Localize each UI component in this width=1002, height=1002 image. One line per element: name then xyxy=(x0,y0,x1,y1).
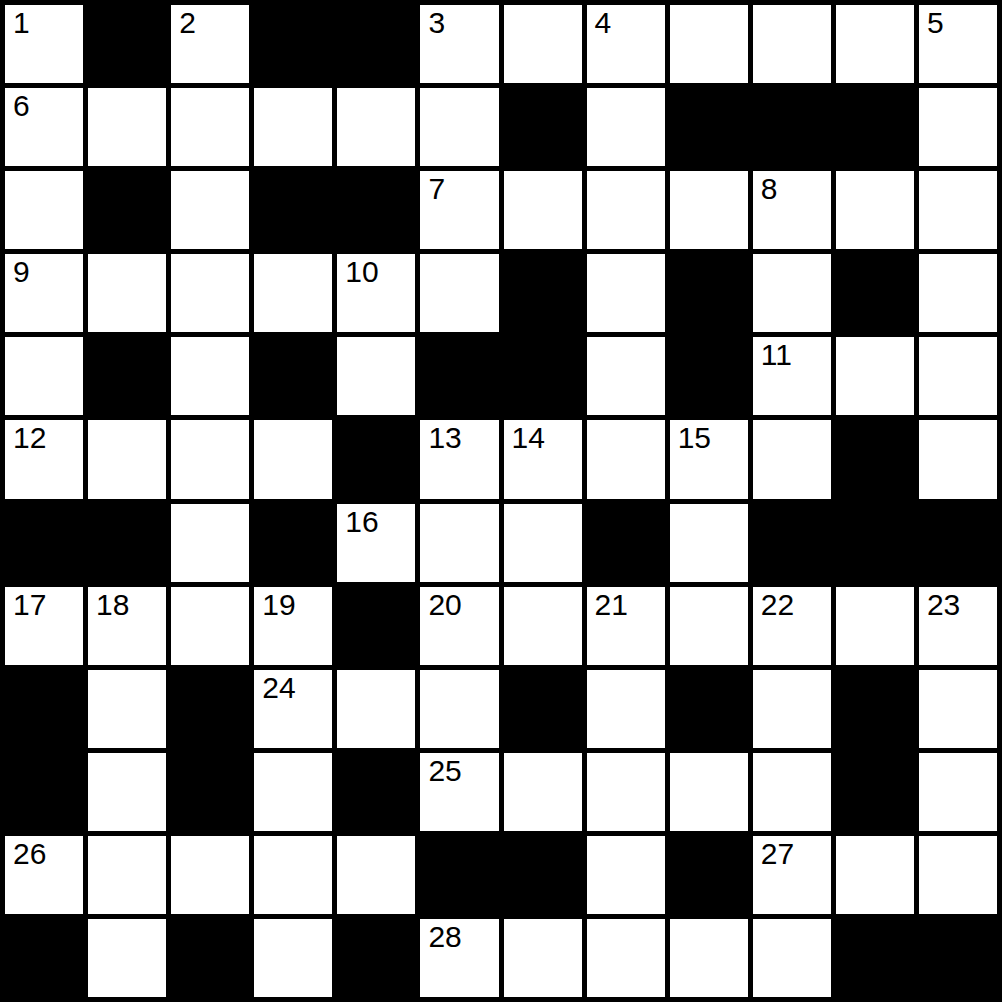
clue-number-7: 7 xyxy=(428,172,445,207)
clue-number-25: 25 xyxy=(428,754,461,789)
clue-number-2: 2 xyxy=(179,6,196,41)
white-cell-r11c5[interactable]: 28 xyxy=(420,919,498,997)
white-cell-r7c10[interactable] xyxy=(836,587,914,665)
black-cell-r11c2 xyxy=(171,919,249,997)
clue-number-1: 1 xyxy=(13,6,30,41)
white-cell-r1c3[interactable] xyxy=(254,88,332,166)
black-cell-r0c4 xyxy=(337,5,415,83)
white-cell-r10c2[interactable] xyxy=(171,836,249,914)
white-cell-r3c5[interactable] xyxy=(420,254,498,332)
clue-number-16: 16 xyxy=(345,505,378,540)
white-cell-r6c2[interactable] xyxy=(171,504,249,582)
white-cell-r7c6[interactable] xyxy=(504,587,582,665)
white-cell-r6c5[interactable] xyxy=(420,504,498,582)
clue-number-21: 21 xyxy=(595,588,628,623)
crossword-board: 1234567891011121314151617181920212223242… xyxy=(0,0,1002,1002)
white-cell-r3c4[interactable]: 10 xyxy=(337,254,415,332)
white-cell-r2c2[interactable] xyxy=(171,171,249,249)
white-cell-r0c6[interactable] xyxy=(504,5,582,83)
clue-number-28: 28 xyxy=(428,920,461,955)
white-cell-r0c10[interactable] xyxy=(836,5,914,83)
black-cell-r4c3 xyxy=(254,337,332,415)
black-cell-r4c5 xyxy=(420,337,498,415)
white-cell-r10c11[interactable] xyxy=(919,836,997,914)
clue-number-11: 11 xyxy=(761,338,792,373)
white-cell-r7c5[interactable]: 20 xyxy=(420,587,498,665)
white-cell-r11c7[interactable] xyxy=(587,919,665,997)
white-cell-r4c9[interactable]: 11 xyxy=(753,337,831,415)
white-cell-r5c11[interactable] xyxy=(919,420,997,498)
black-cell-r4c8 xyxy=(670,337,748,415)
black-cell-r5c10 xyxy=(836,420,914,498)
black-cell-r2c4 xyxy=(337,171,415,249)
white-cell-r11c9[interactable] xyxy=(753,919,831,997)
clue-number-26: 26 xyxy=(13,837,46,872)
white-cell-r0c8[interactable] xyxy=(670,5,748,83)
white-cell-r2c7[interactable] xyxy=(587,171,665,249)
white-cell-r2c5[interactable]: 7 xyxy=(420,171,498,249)
white-cell-r4c4[interactable] xyxy=(337,337,415,415)
black-cell-r8c2 xyxy=(171,670,249,748)
black-cell-r3c6 xyxy=(504,254,582,332)
clue-number-4: 4 xyxy=(595,6,612,41)
white-cell-r8c5[interactable] xyxy=(420,670,498,748)
clue-number-17: 17 xyxy=(13,588,46,623)
black-cell-r6c10 xyxy=(836,504,914,582)
clue-number-10: 10 xyxy=(345,255,378,290)
white-cell-r7c9[interactable]: 22 xyxy=(753,587,831,665)
black-cell-r6c1 xyxy=(88,504,166,582)
white-cell-r2c0[interactable] xyxy=(5,171,83,249)
black-cell-r1c10 xyxy=(836,88,914,166)
white-cell-r2c8[interactable] xyxy=(670,171,748,249)
clue-number-12: 12 xyxy=(13,421,46,456)
clue-number-6: 6 xyxy=(13,89,30,124)
white-cell-r0c2[interactable]: 2 xyxy=(171,5,249,83)
white-cell-r11c1[interactable] xyxy=(88,919,166,997)
black-cell-r11c0 xyxy=(5,919,83,997)
black-cell-r2c3 xyxy=(254,171,332,249)
clue-number-18: 18 xyxy=(96,588,129,623)
black-cell-r9c4 xyxy=(337,753,415,831)
white-cell-r6c4[interactable]: 16 xyxy=(337,504,415,582)
black-cell-r11c11 xyxy=(919,919,997,997)
clue-number-5: 5 xyxy=(927,6,944,41)
white-cell-r5c3[interactable] xyxy=(254,420,332,498)
clue-number-15: 15 xyxy=(678,421,711,456)
white-cell-r5c9[interactable] xyxy=(753,420,831,498)
black-cell-r10c8 xyxy=(670,836,748,914)
white-cell-r8c1[interactable] xyxy=(88,670,166,748)
black-cell-r6c0 xyxy=(5,504,83,582)
white-cell-r1c0[interactable]: 6 xyxy=(5,88,83,166)
white-cell-r8c11[interactable] xyxy=(919,670,997,748)
white-cell-r3c1[interactable] xyxy=(88,254,166,332)
white-cell-r9c6[interactable] xyxy=(504,753,582,831)
black-cell-r1c9 xyxy=(753,88,831,166)
black-cell-r11c10 xyxy=(836,919,914,997)
black-cell-r4c6 xyxy=(504,337,582,415)
white-cell-r0c0[interactable]: 1 xyxy=(5,5,83,83)
white-cell-r4c11[interactable] xyxy=(919,337,997,415)
white-cell-r4c2[interactable] xyxy=(171,337,249,415)
white-cell-r9c1[interactable] xyxy=(88,753,166,831)
white-cell-r10c4[interactable] xyxy=(337,836,415,914)
white-cell-r2c10[interactable] xyxy=(836,171,914,249)
white-cell-r3c0[interactable]: 9 xyxy=(5,254,83,332)
white-cell-r3c2[interactable] xyxy=(171,254,249,332)
white-cell-r7c11[interactable]: 23 xyxy=(919,587,997,665)
white-cell-r8c7[interactable] xyxy=(587,670,665,748)
white-cell-r0c11[interactable]: 5 xyxy=(919,5,997,83)
white-cell-r2c9[interactable]: 8 xyxy=(753,171,831,249)
white-cell-r2c6[interactable] xyxy=(504,171,582,249)
white-cell-r1c4[interactable] xyxy=(337,88,415,166)
white-cell-r4c7[interactable] xyxy=(587,337,665,415)
white-cell-r10c10[interactable] xyxy=(836,836,914,914)
white-cell-r3c11[interactable] xyxy=(919,254,997,332)
black-cell-r9c0 xyxy=(5,753,83,831)
white-cell-r4c10[interactable] xyxy=(836,337,914,415)
white-cell-r5c1[interactable] xyxy=(88,420,166,498)
white-cell-r7c1[interactable]: 18 xyxy=(88,587,166,665)
white-cell-r9c7[interactable] xyxy=(587,753,665,831)
black-cell-r6c7 xyxy=(587,504,665,582)
white-cell-r4c0[interactable] xyxy=(5,337,83,415)
black-cell-r6c3 xyxy=(254,504,332,582)
white-cell-r1c1[interactable] xyxy=(88,88,166,166)
black-cell-r9c2 xyxy=(171,753,249,831)
white-cell-r5c2[interactable] xyxy=(171,420,249,498)
white-cell-r3c7[interactable] xyxy=(587,254,665,332)
black-cell-r0c3 xyxy=(254,5,332,83)
clue-number-8: 8 xyxy=(761,172,778,207)
white-cell-r9c5[interactable]: 25 xyxy=(420,753,498,831)
white-cell-r10c3[interactable] xyxy=(254,836,332,914)
clue-number-22: 22 xyxy=(761,588,794,623)
white-cell-r8c3[interactable]: 24 xyxy=(254,670,332,748)
white-cell-r5c8[interactable]: 15 xyxy=(670,420,748,498)
black-cell-r1c8 xyxy=(670,88,748,166)
white-cell-r0c7[interactable]: 4 xyxy=(587,5,665,83)
white-cell-r10c0[interactable]: 26 xyxy=(5,836,83,914)
black-cell-r9c10 xyxy=(836,753,914,831)
white-cell-r7c0[interactable]: 17 xyxy=(5,587,83,665)
white-cell-r5c6[interactable]: 14 xyxy=(504,420,582,498)
clue-number-9: 9 xyxy=(13,255,30,290)
black-cell-r10c5 xyxy=(420,836,498,914)
black-cell-r11c4 xyxy=(337,919,415,997)
white-cell-r5c0[interactable]: 12 xyxy=(5,420,83,498)
clue-number-23: 23 xyxy=(927,588,960,623)
black-cell-r3c8 xyxy=(670,254,748,332)
black-cell-r3c10 xyxy=(836,254,914,332)
black-cell-r6c11 xyxy=(919,504,997,582)
white-cell-r9c9[interactable] xyxy=(753,753,831,831)
white-cell-r2c11[interactable] xyxy=(919,171,997,249)
white-cell-r1c5[interactable] xyxy=(420,88,498,166)
white-cell-r1c7[interactable] xyxy=(587,88,665,166)
black-cell-r2c1 xyxy=(88,171,166,249)
black-cell-r4c1 xyxy=(88,337,166,415)
black-cell-r7c4 xyxy=(337,587,415,665)
white-cell-r5c7[interactable] xyxy=(587,420,665,498)
white-cell-r11c6[interactable] xyxy=(504,919,582,997)
black-cell-r8c10 xyxy=(836,670,914,748)
white-cell-r7c8[interactable] xyxy=(670,587,748,665)
clue-number-19: 19 xyxy=(262,588,295,623)
white-cell-r9c8[interactable] xyxy=(670,753,748,831)
clue-number-27: 27 xyxy=(761,837,794,872)
white-cell-r10c9[interactable]: 27 xyxy=(753,836,831,914)
clue-number-14: 14 xyxy=(512,421,545,456)
white-cell-r8c4[interactable] xyxy=(337,670,415,748)
white-cell-r11c3[interactable] xyxy=(254,919,332,997)
crossword-grid: 1234567891011121314151617181920212223242… xyxy=(0,0,1002,1002)
white-cell-r3c3[interactable] xyxy=(254,254,332,332)
white-cell-r1c2[interactable] xyxy=(171,88,249,166)
black-cell-r0c1 xyxy=(88,5,166,83)
clue-number-24: 24 xyxy=(262,671,295,706)
white-cell-r9c3[interactable] xyxy=(254,753,332,831)
white-cell-r5c5[interactable]: 13 xyxy=(420,420,498,498)
white-cell-r11c8[interactable] xyxy=(670,919,748,997)
white-cell-r9c11[interactable] xyxy=(919,753,997,831)
white-cell-r0c9[interactable] xyxy=(753,5,831,83)
white-cell-r10c1[interactable] xyxy=(88,836,166,914)
clue-number-13: 13 xyxy=(428,421,461,456)
white-cell-r10c7[interactable] xyxy=(587,836,665,914)
clue-number-20: 20 xyxy=(428,588,461,623)
white-cell-r6c8[interactable] xyxy=(670,504,748,582)
black-cell-r1c6 xyxy=(504,88,582,166)
clue-number-3: 3 xyxy=(428,6,445,41)
black-cell-r6c9 xyxy=(753,504,831,582)
white-cell-r7c2[interactable] xyxy=(171,587,249,665)
black-cell-r8c8 xyxy=(670,670,748,748)
white-cell-r0c5[interactable]: 3 xyxy=(420,5,498,83)
black-cell-r10c6 xyxy=(504,836,582,914)
white-cell-r3c9[interactable] xyxy=(753,254,831,332)
white-cell-r7c7[interactable]: 21 xyxy=(587,587,665,665)
white-cell-r7c3[interactable]: 19 xyxy=(254,587,332,665)
black-cell-r8c6 xyxy=(504,670,582,748)
white-cell-r1c11[interactable] xyxy=(919,88,997,166)
black-cell-r8c0 xyxy=(5,670,83,748)
white-cell-r8c9[interactable] xyxy=(753,670,831,748)
white-cell-r6c6[interactable] xyxy=(504,504,582,582)
black-cell-r5c4 xyxy=(337,420,415,498)
